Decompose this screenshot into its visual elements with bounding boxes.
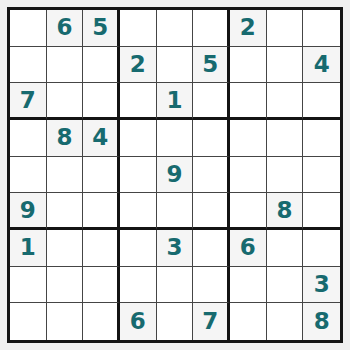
cell-r8c6[interactable] xyxy=(193,267,230,304)
cell-r1c1[interactable] xyxy=(10,10,47,47)
cell-r6c9[interactable] xyxy=(303,193,340,230)
cell-r6c1: 9 xyxy=(10,193,47,230)
cell-r2c4: 2 xyxy=(120,47,157,84)
cell-r7c9[interactable] xyxy=(303,230,340,267)
cell-r7c6[interactable] xyxy=(193,230,230,267)
cell-r5c2[interactable] xyxy=(47,157,84,194)
cell-r3c2[interactable] xyxy=(47,83,84,120)
cell-r8c5[interactable] xyxy=(157,267,194,304)
cell-r7c5: 3 xyxy=(157,230,194,267)
cell-r9c9: 8 xyxy=(303,303,340,340)
cell-r7c3[interactable] xyxy=(83,230,120,267)
cell-r3c6[interactable] xyxy=(193,83,230,120)
cell-r3c7[interactable] xyxy=(230,83,267,120)
cell-r7c1: 1 xyxy=(10,230,47,267)
cell-r8c3[interactable] xyxy=(83,267,120,304)
cell-r6c7[interactable] xyxy=(230,193,267,230)
cell-r2c2[interactable] xyxy=(47,47,84,84)
cell-r2c5[interactable] xyxy=(157,47,194,84)
cell-r5c1[interactable] xyxy=(10,157,47,194)
cell-r7c2[interactable] xyxy=(47,230,84,267)
cell-r6c4[interactable] xyxy=(120,193,157,230)
cell-r4c6[interactable] xyxy=(193,120,230,157)
cell-r8c8[interactable] xyxy=(267,267,304,304)
cell-r9c8[interactable] xyxy=(267,303,304,340)
cell-r3c4[interactable] xyxy=(120,83,157,120)
cell-r2c1[interactable] xyxy=(10,47,47,84)
cell-r8c2[interactable] xyxy=(47,267,84,304)
cell-r6c6[interactable] xyxy=(193,193,230,230)
cell-r3c1: 7 xyxy=(10,83,47,120)
cell-r9c1[interactable] xyxy=(10,303,47,340)
cell-r2c6: 5 xyxy=(193,47,230,84)
cell-r4c5[interactable] xyxy=(157,120,194,157)
cell-r2c7[interactable] xyxy=(230,47,267,84)
cell-r4c3: 4 xyxy=(83,120,120,157)
cell-r5c8[interactable] xyxy=(267,157,304,194)
cell-r3c8[interactable] xyxy=(267,83,304,120)
cell-r1c4[interactable] xyxy=(120,10,157,47)
cell-r8c7[interactable] xyxy=(230,267,267,304)
cell-r5c7[interactable] xyxy=(230,157,267,194)
cell-r1c2: 6 xyxy=(47,10,84,47)
cell-r1c7: 2 xyxy=(230,10,267,47)
cell-r4c2: 8 xyxy=(47,120,84,157)
cell-r1c8[interactable] xyxy=(267,10,304,47)
cell-r7c4[interactable] xyxy=(120,230,157,267)
cell-r9c5[interactable] xyxy=(157,303,194,340)
cell-r3c5: 1 xyxy=(157,83,194,120)
cell-r9c6: 7 xyxy=(193,303,230,340)
cell-r1c5[interactable] xyxy=(157,10,194,47)
cell-r3c3[interactable] xyxy=(83,83,120,120)
cell-r4c8[interactable] xyxy=(267,120,304,157)
cell-r5c6[interactable] xyxy=(193,157,230,194)
cell-r7c7: 6 xyxy=(230,230,267,267)
cell-r5c4[interactable] xyxy=(120,157,157,194)
cell-r1c9[interactable] xyxy=(303,10,340,47)
cell-r4c7[interactable] xyxy=(230,120,267,157)
cell-r8c1[interactable] xyxy=(10,267,47,304)
cell-r5c9[interactable] xyxy=(303,157,340,194)
cell-r4c4[interactable] xyxy=(120,120,157,157)
cell-r5c5: 9 xyxy=(157,157,194,194)
cell-r8c4[interactable] xyxy=(120,267,157,304)
cell-r9c2[interactable] xyxy=(47,303,84,340)
cell-r9c4: 6 xyxy=(120,303,157,340)
cell-r4c1[interactable] xyxy=(10,120,47,157)
cell-r2c9: 4 xyxy=(303,47,340,84)
cell-r9c7[interactable] xyxy=(230,303,267,340)
cell-r8c9: 3 xyxy=(303,267,340,304)
cell-r6c8: 8 xyxy=(267,193,304,230)
cell-r3c9[interactable] xyxy=(303,83,340,120)
sudoku-board: 65225471849981363678 xyxy=(7,7,343,343)
cell-r2c3[interactable] xyxy=(83,47,120,84)
cell-r6c3[interactable] xyxy=(83,193,120,230)
cell-r9c3[interactable] xyxy=(83,303,120,340)
cell-r2c8[interactable] xyxy=(267,47,304,84)
cell-r4c9[interactable] xyxy=(303,120,340,157)
cell-r5c3[interactable] xyxy=(83,157,120,194)
sudoku-page: 65225471849981363678 xyxy=(0,0,350,350)
cell-r1c3: 5 xyxy=(83,10,120,47)
cell-r7c8[interactable] xyxy=(267,230,304,267)
cell-r6c5[interactable] xyxy=(157,193,194,230)
cell-r6c2[interactable] xyxy=(47,193,84,230)
cell-r1c6[interactable] xyxy=(193,10,230,47)
